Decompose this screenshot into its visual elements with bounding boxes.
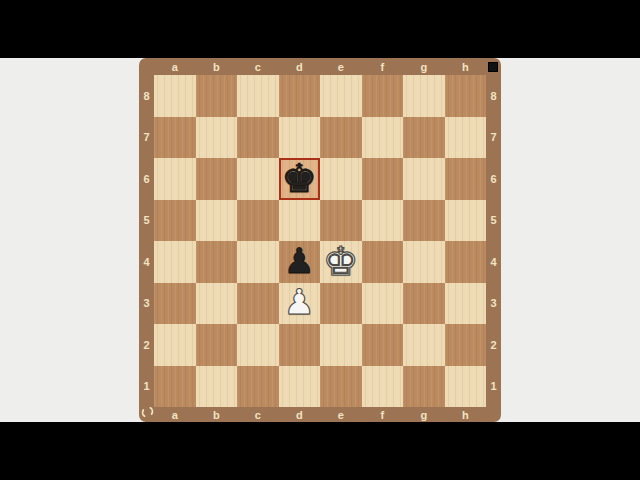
- rank-label-4: 4: [139, 241, 154, 283]
- file-labels-top: abcdefgh: [154, 58, 486, 75]
- square-h5[interactable]: [445, 200, 487, 242]
- square-f7[interactable]: [362, 117, 404, 159]
- white-king[interactable]: ♚: [323, 241, 359, 281]
- square-h4[interactable]: [445, 241, 487, 283]
- square-b8[interactable]: [196, 75, 238, 117]
- square-h2[interactable]: [445, 324, 487, 366]
- rank-label-3: 3: [139, 283, 154, 325]
- file-label-d: d: [279, 407, 321, 422]
- square-d1[interactable]: [279, 366, 321, 408]
- rank-label-4: 4: [486, 241, 501, 283]
- square-a2[interactable]: [154, 324, 196, 366]
- square-c6[interactable]: [237, 158, 279, 200]
- square-g4[interactable]: [403, 241, 445, 283]
- square-c4[interactable]: [237, 241, 279, 283]
- rank-label-5: 5: [139, 200, 154, 242]
- square-e5[interactable]: [320, 200, 362, 242]
- square-c8[interactable]: [237, 75, 279, 117]
- rank-labels-right: 87654321: [486, 75, 501, 407]
- rank-label-1: 1: [486, 366, 501, 408]
- square-b2[interactable]: [196, 324, 238, 366]
- square-a4[interactable]: [154, 241, 196, 283]
- square-f2[interactable]: [362, 324, 404, 366]
- square-g8[interactable]: [403, 75, 445, 117]
- square-h6[interactable]: [445, 158, 487, 200]
- square-c1[interactable]: [237, 366, 279, 408]
- square-g7[interactable]: [403, 117, 445, 159]
- square-e8[interactable]: [320, 75, 362, 117]
- rank-label-7: 7: [486, 117, 501, 159]
- file-label-b: b: [196, 58, 238, 75]
- square-d5[interactable]: [279, 200, 321, 242]
- file-label-f: f: [362, 58, 404, 75]
- square-g6[interactable]: [403, 158, 445, 200]
- square-a7[interactable]: [154, 117, 196, 159]
- file-label-e: e: [320, 407, 362, 422]
- file-label-d: d: [279, 58, 321, 75]
- square-h8[interactable]: [445, 75, 487, 117]
- square-h1[interactable]: [445, 366, 487, 408]
- rank-label-6: 6: [486, 158, 501, 200]
- square-e7[interactable]: [320, 117, 362, 159]
- square-b4[interactable]: [196, 241, 238, 283]
- square-f1[interactable]: [362, 366, 404, 408]
- board-squares: ♚♟♚♟: [154, 75, 486, 407]
- rank-label-2: 2: [486, 324, 501, 366]
- file-label-b: b: [196, 407, 238, 422]
- square-f8[interactable]: [362, 75, 404, 117]
- square-g1[interactable]: [403, 366, 445, 408]
- rank-label-8: 8: [139, 75, 154, 117]
- rank-labels-left: 87654321: [139, 75, 154, 407]
- square-c2[interactable]: [237, 324, 279, 366]
- square-d6[interactable]: ♚: [279, 158, 321, 200]
- video-frame: abcdefgh abcdefgh 87654321 87654321 ♚♟♚♟: [0, 0, 640, 480]
- file-label-g: g: [403, 407, 445, 422]
- file-label-h: h: [445, 407, 487, 422]
- square-e1[interactable]: [320, 366, 362, 408]
- square-e6[interactable]: [320, 158, 362, 200]
- black-to-move-indicator: [488, 62, 498, 72]
- rank-label-1: 1: [139, 366, 154, 408]
- square-h7[interactable]: [445, 117, 487, 159]
- square-g5[interactable]: [403, 200, 445, 242]
- black-pawn[interactable]: ♟: [284, 244, 315, 279]
- chess-board: abcdefgh abcdefgh 87654321 87654321 ♚♟♚♟: [139, 58, 501, 422]
- square-d3[interactable]: ♟: [279, 283, 321, 325]
- file-label-a: a: [154, 407, 196, 422]
- white-pawn[interactable]: ♟: [284, 285, 315, 320]
- square-e4[interactable]: ♚: [320, 241, 362, 283]
- square-a8[interactable]: [154, 75, 196, 117]
- file-label-c: c: [237, 407, 279, 422]
- rank-label-6: 6: [139, 158, 154, 200]
- rank-label-7: 7: [139, 117, 154, 159]
- square-f6[interactable]: [362, 158, 404, 200]
- rank-label-8: 8: [486, 75, 501, 117]
- square-g2[interactable]: [403, 324, 445, 366]
- square-d2[interactable]: [279, 324, 321, 366]
- file-label-f: f: [362, 407, 404, 422]
- square-g3[interactable]: [403, 283, 445, 325]
- square-e3[interactable]: [320, 283, 362, 325]
- rank-label-2: 2: [139, 324, 154, 366]
- square-a3[interactable]: [154, 283, 196, 325]
- square-h3[interactable]: [445, 283, 487, 325]
- square-a5[interactable]: [154, 200, 196, 242]
- square-b5[interactable]: [196, 200, 238, 242]
- square-f3[interactable]: [362, 283, 404, 325]
- square-d7[interactable]: [279, 117, 321, 159]
- square-a6[interactable]: [154, 158, 196, 200]
- letterbox-bottom: [0, 422, 640, 480]
- square-b1[interactable]: [196, 366, 238, 408]
- square-f5[interactable]: [362, 200, 404, 242]
- square-c3[interactable]: [237, 283, 279, 325]
- square-c7[interactable]: [237, 117, 279, 159]
- rank-label-3: 3: [486, 283, 501, 325]
- square-b6[interactable]: [196, 158, 238, 200]
- file-label-a: a: [154, 58, 196, 75]
- square-a1[interactable]: [154, 366, 196, 408]
- letterbox-top: [0, 0, 640, 58]
- file-label-c: c: [237, 58, 279, 75]
- square-b7[interactable]: [196, 117, 238, 159]
- square-c5[interactable]: [237, 200, 279, 242]
- file-label-h: h: [445, 58, 487, 75]
- rank-label-5: 5: [486, 200, 501, 242]
- square-b3[interactable]: [196, 283, 238, 325]
- stage-background: abcdefgh abcdefgh 87654321 87654321 ♚♟♚♟: [0, 58, 640, 422]
- file-label-g: g: [403, 58, 445, 75]
- file-labels-bottom: abcdefgh: [154, 407, 486, 422]
- square-e2[interactable]: [320, 324, 362, 366]
- square-d4[interactable]: ♟: [279, 241, 321, 283]
- black-king[interactable]: ♚: [281, 158, 317, 198]
- square-f4[interactable]: [362, 241, 404, 283]
- flip-board-icon[interactable]: [141, 405, 154, 419]
- file-label-e: e: [320, 58, 362, 75]
- square-d8[interactable]: [279, 75, 321, 117]
